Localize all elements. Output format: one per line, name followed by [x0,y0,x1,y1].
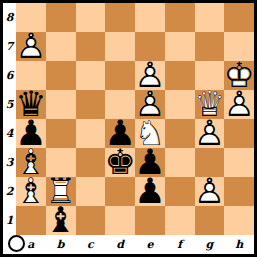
square-e6[interactable]: ♟♙ [135,61,165,90]
white-queen-icon: ♕ [195,90,225,119]
piece-white-king[interactable]: ♚♔ [224,61,254,90]
black-queen-icon: ♛ [16,90,46,119]
white-pawn-fill-glyph: ♟ [135,61,165,90]
white-rook-icon: ♖ [46,177,76,206]
rank-label-8: 8 [3,3,16,32]
square-b1[interactable]: ♝ [46,206,76,235]
piece-black-king[interactable]: ♚ [105,148,135,177]
square-h2[interactable] [224,177,254,206]
square-a7[interactable]: ♟♙ [16,32,46,61]
white-pawn-fill-glyph: ♟ [224,90,254,119]
white-pawn-icon: ♙ [135,90,165,119]
file-label-h: h [224,235,254,254]
white-pawn-icon: ♙ [135,61,165,90]
square-c1[interactable] [76,206,106,235]
square-g5[interactable]: ♛♕ [195,90,225,119]
piece-black-pawn[interactable]: ♟ [16,119,46,148]
rank-label-6: 6 [3,61,16,90]
square-a2[interactable]: ♝♗ [16,177,46,206]
black-pawn-icon: ♟ [135,148,165,177]
white-pawn-fill-glyph: ♟ [195,177,225,206]
piece-white-rook[interactable]: ♜♖ [46,177,76,206]
square-e3[interactable]: ♟ [135,148,165,177]
square-c8[interactable] [76,3,106,32]
piece-white-pawn[interactable]: ♟♙ [224,90,254,119]
piece-white-queen[interactable]: ♛♕ [195,90,225,119]
white-bishop-fill-glyph: ♝ [16,177,46,206]
chess-diagram: 87♟♙6♟♙♚♔5♛♟♙♛♕♟♙4♟♟♞♘♟♙3♝♗♚♟2♝♗♜♖♟♟♙1♝a… [0,0,257,257]
file-label-b: b [46,235,76,254]
square-e2[interactable]: ♟ [135,177,165,206]
white-pawn-fill-glyph: ♟ [16,32,46,61]
square-d8[interactable] [105,3,135,32]
square-b3[interactable] [46,148,76,177]
square-g1[interactable] [195,206,225,235]
square-g3[interactable] [195,148,225,177]
square-e8[interactable] [135,3,165,32]
piece-white-bishop[interactable]: ♝♗ [16,148,46,177]
piece-white-knight[interactable]: ♞♘ [135,119,165,148]
piece-black-bishop[interactable]: ♝ [46,206,76,235]
square-a4[interactable]: ♟ [16,119,46,148]
file-label-d: d [105,235,135,254]
piece-white-pawn[interactable]: ♟♙ [135,90,165,119]
piece-black-queen[interactable]: ♛ [16,90,46,119]
rank-label-3: 3 [3,148,16,177]
white-knight-icon: ♘ [135,119,165,148]
square-e4[interactable]: ♞♘ [135,119,165,148]
square-f4[interactable] [165,119,195,148]
square-c3[interactable] [76,148,106,177]
square-c6[interactable] [76,61,106,90]
square-e5[interactable]: ♟♙ [135,90,165,119]
white-pawn-icon: ♙ [224,90,254,119]
white-rook-fill-glyph: ♜ [46,177,76,206]
square-d2[interactable] [105,177,135,206]
black-pawn-icon: ♟ [16,119,46,148]
white-pawn-icon: ♙ [195,119,225,148]
file-label-e: e [135,235,165,254]
square-b2[interactable]: ♜♖ [46,177,76,206]
black-pawn-icon: ♟ [105,119,135,148]
file-label-g: g [195,235,225,254]
square-b5[interactable] [46,90,76,119]
square-f8[interactable] [165,3,195,32]
square-h1[interactable] [224,206,254,235]
square-h8[interactable] [224,3,254,32]
chess-board: 87♟♙6♟♙♚♔5♛♟♙♛♕♟♙4♟♟♞♘♟♙3♝♗♚♟2♝♗♜♖♟♟♙1♝a… [3,3,254,254]
rank-label-5: 5 [3,90,16,119]
square-d1[interactable] [105,206,135,235]
square-g7[interactable] [195,32,225,61]
rank-label-2: 2 [3,177,16,206]
piece-black-pawn[interactable]: ♟ [135,177,165,206]
rank-label-1: 1 [3,206,16,235]
square-c5[interactable] [76,90,106,119]
rank-label-4: 4 [3,119,16,148]
square-a6[interactable] [16,61,46,90]
file-label-f: f [165,235,195,254]
square-g4[interactable]: ♟♙ [195,119,225,148]
square-f2[interactable] [165,177,195,206]
square-a3[interactable]: ♝♗ [16,148,46,177]
piece-white-pawn[interactable]: ♟♙ [195,119,225,148]
side-to-move-indicator [8,235,25,252]
square-a8[interactable] [16,3,46,32]
square-c4[interactable] [76,119,106,148]
white-bishop-icon: ♗ [16,177,46,206]
file-label-c: c [76,235,106,254]
piece-white-pawn[interactable]: ♟♙ [16,32,46,61]
white-pawn-fill-glyph: ♟ [135,90,165,119]
square-h5[interactable]: ♟♙ [224,90,254,119]
square-b7[interactable] [46,32,76,61]
square-a5[interactable]: ♛ [16,90,46,119]
square-d7[interactable] [105,32,135,61]
square-e1[interactable] [135,206,165,235]
black-king-icon: ♚ [105,148,135,177]
square-b4[interactable] [46,119,76,148]
piece-white-pawn[interactable]: ♟♙ [135,61,165,90]
white-pawn-icon: ♙ [195,177,225,206]
piece-white-pawn[interactable]: ♟♙ [195,177,225,206]
square-a1[interactable] [16,206,46,235]
white-knight-fill-glyph: ♞ [135,119,165,148]
white-queen-fill-glyph: ♛ [195,90,225,119]
square-g8[interactable] [195,3,225,32]
square-f7[interactable] [165,32,195,61]
square-f3[interactable] [165,148,195,177]
square-g2[interactable]: ♟♙ [195,177,225,206]
white-pawn-fill-glyph: ♟ [195,119,225,148]
square-f5[interactable] [165,90,195,119]
white-pawn-icon: ♙ [16,32,46,61]
piece-black-pawn[interactable]: ♟ [135,148,165,177]
black-bishop-icon: ♝ [46,206,76,235]
square-h6[interactable]: ♚♔ [224,61,254,90]
piece-white-bishop[interactable]: ♝♗ [16,177,46,206]
square-c2[interactable] [76,177,106,206]
square-d6[interactable] [105,61,135,90]
square-d5[interactable] [105,90,135,119]
white-bishop-icon: ♗ [16,148,46,177]
square-d4[interactable]: ♟ [105,119,135,148]
square-d3[interactable]: ♚ [105,148,135,177]
square-b8[interactable] [46,3,76,32]
square-e7[interactable] [135,32,165,61]
square-h3[interactable] [224,148,254,177]
white-king-fill-glyph: ♚ [224,61,254,90]
square-f1[interactable] [165,206,195,235]
white-bishop-fill-glyph: ♝ [16,148,46,177]
white-king-icon: ♔ [224,61,254,90]
square-b6[interactable] [46,61,76,90]
square-h7[interactable] [224,32,254,61]
rank-label-7: 7 [3,32,16,61]
square-h4[interactable] [224,119,254,148]
square-c7[interactable] [76,32,106,61]
piece-black-pawn[interactable]: ♟ [105,119,135,148]
square-f6[interactable] [165,61,195,90]
square-g6[interactable] [195,61,225,90]
black-pawn-icon: ♟ [135,177,165,206]
